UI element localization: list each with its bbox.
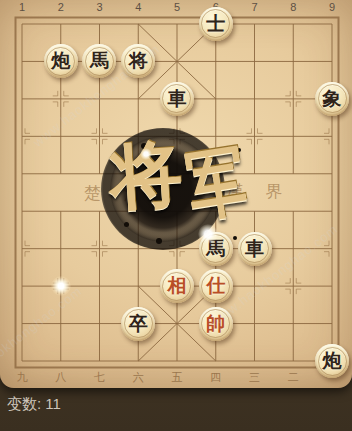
piece-black-chariot[interactable]: 車: [160, 82, 194, 116]
piece-black-cannon[interactable]: 炮: [44, 44, 78, 78]
piece-glyph: 炮: [44, 44, 78, 78]
piece-black-elephant[interactable]: 象: [315, 82, 349, 116]
piece-glyph: 炮: [315, 344, 349, 378]
piece-glyph: 車: [238, 232, 272, 266]
piece-glyph: 将: [121, 44, 155, 78]
piece-red-elephant[interactable]: 相: [160, 269, 194, 303]
piece-black-horse[interactable]: 馬: [199, 232, 233, 266]
piece-glyph: 馬: [199, 232, 233, 266]
pieces-layer: 士炮馬将車象馬車相仕卒帥炮: [3, 5, 352, 380]
piece-glyph: 象: [315, 82, 349, 116]
piece-black-chariot[interactable]: 車: [238, 232, 272, 266]
piece-black-soldier[interactable]: 卒: [121, 307, 155, 341]
xiangqi-game-screen: 123456789 楚 河 漢 界 士炮馬将車象馬車相仕卒帥炮 将 军 九八七六…: [0, 0, 352, 431]
piece-glyph: 車: [160, 82, 194, 116]
xiangqi-board[interactable]: 123456789 楚 河 漢 界 士炮馬将車象馬車相仕卒帥炮 将 军 九八七六…: [0, 0, 352, 388]
piece-black-advisor[interactable]: 士: [199, 7, 233, 41]
piece-glyph: 仕: [199, 269, 233, 303]
piece-black-cannon[interactable]: 炮: [315, 344, 349, 378]
piece-glyph: 相: [160, 269, 194, 303]
move-variation-count: 变数: 11: [7, 395, 61, 414]
piece-glyph: 馬: [82, 44, 116, 78]
piece-glyph: 士: [199, 7, 233, 41]
piece-black-horse[interactable]: 馬: [82, 44, 116, 78]
piece-black-general[interactable]: 将: [121, 44, 155, 78]
piece-glyph: 帥: [199, 307, 233, 341]
piece-red-advisor[interactable]: 仕: [199, 269, 233, 303]
status-bar: 变数: 11: [0, 388, 352, 431]
piece-glyph: 卒: [121, 307, 155, 341]
piece-red-general[interactable]: 帥: [199, 307, 233, 341]
